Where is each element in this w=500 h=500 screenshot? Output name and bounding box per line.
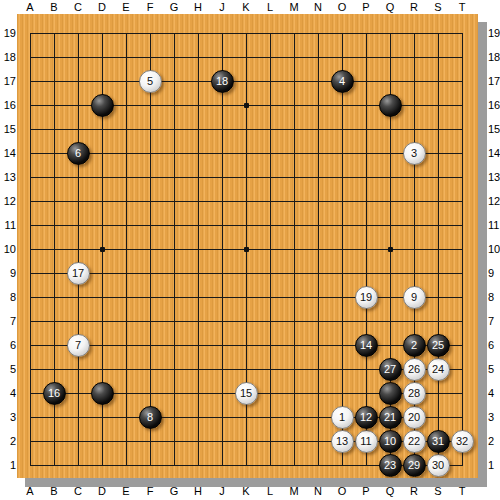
stone-white-k4: 15 [235,382,258,405]
stone-black-q1: 23 [379,454,402,477]
col-label-top-R: R [402,0,426,14]
col-label-top-P: P [354,0,378,14]
stone-black-f3: 8 [139,406,162,429]
row-label-right-14: 14 [488,146,500,160]
stone-white-s1: 30 [427,454,450,477]
row-label-right-10: 10 [488,242,500,256]
row-label-right-6: 6 [488,338,500,352]
row-label-right-9: 9 [488,266,500,280]
stone-black-b4: 16 [43,382,66,405]
row-label-left-9: 9 [0,266,16,280]
col-label-top-G: G [162,0,186,14]
col-label-top-K: K [234,0,258,14]
row-label-right-8: 8 [488,290,500,304]
stone-white-r14: 3 [403,142,426,165]
stone-white-c6: 7 [67,334,90,357]
stone-black-p6: 14 [355,334,378,357]
row-label-right-19: 19 [488,26,500,40]
col-label-top-A: A [18,0,42,14]
stone-black-s6: 25 [427,334,450,357]
stone-white-r5: 26 [403,358,426,381]
stone-white-c9: 17 [67,262,90,285]
go-diagram: ABCDEFGHJKLMNOPQRST ABCDEFGHJKLMNOPQRST … [0,0,500,500]
col-label-top-S: S [426,0,450,14]
row-label-right-11: 11 [488,218,500,232]
stone-white-r4: 28 [403,382,426,405]
stone-black-p3: 12 [355,406,378,429]
stone-white-o2: 13 [331,430,354,453]
col-label-top-H: H [186,0,210,14]
col-label-top-O: O [330,0,354,14]
col-label-top-C: C [66,0,90,14]
stone-white-t2: 32 [451,430,474,453]
row-label-left-18: 18 [0,50,16,64]
stone-black-q3: 21 [379,406,402,429]
row-label-left-7: 7 [0,314,16,328]
stone-white-r3: 20 [403,406,426,429]
stone-white-s5: 24 [427,358,450,381]
col-label-top-D: D [90,0,114,14]
row-label-left-15: 15 [0,122,16,136]
stone-black-j17: 18 [211,70,234,93]
col-label-top-J: J [210,0,234,14]
col-label-top-E: E [114,0,138,14]
row-label-left-10: 10 [0,242,16,256]
board-shadow-right [478,22,487,486]
stone-black-r1: 29 [403,454,426,477]
row-label-left-6: 6 [0,338,16,352]
stone-black-q4 [379,382,402,405]
row-label-left-12: 12 [0,194,16,208]
row-label-left-2: 2 [0,434,16,448]
row-label-left-5: 5 [0,362,16,376]
stone-black-s2: 31 [427,430,450,453]
stone-white-o3: 1 [331,406,354,429]
row-label-left-11: 11 [0,218,16,232]
row-label-right-15: 15 [488,122,500,136]
col-label-top-M: M [282,0,306,14]
row-label-left-3: 3 [0,410,16,424]
row-label-left-8: 8 [0,290,16,304]
stone-black-q16 [379,94,402,117]
row-label-right-4: 4 [488,386,500,400]
row-label-right-18: 18 [488,50,500,64]
col-label-top-N: N [306,0,330,14]
row-label-right-17: 17 [488,74,500,88]
stone-black-q5: 27 [379,358,402,381]
stone-black-o17: 4 [331,70,354,93]
stone-white-r8: 9 [403,286,426,309]
col-label-top-L: L [258,0,282,14]
stone-black-c14: 6 [67,142,90,165]
row-label-right-3: 3 [488,410,500,424]
row-label-right-1: 1 [488,458,500,472]
row-label-left-14: 14 [0,146,16,160]
stone-black-r6: 2 [403,334,426,357]
go-board: 1234567891011121314151617181920212223242… [17,14,478,478]
row-label-left-16: 16 [0,98,16,112]
row-label-right-7: 7 [488,314,500,328]
stone-black-d4 [91,382,114,405]
stone-black-d16 [91,94,114,117]
row-label-left-4: 4 [0,386,16,400]
row-label-right-5: 5 [488,362,500,376]
board-shadow-bottom [25,478,487,487]
row-label-right-2: 2 [488,434,500,448]
col-label-top-B: B [42,0,66,14]
row-label-right-13: 13 [488,170,500,184]
row-label-right-16: 16 [488,98,500,112]
row-label-left-17: 17 [0,74,16,88]
stone-white-p8: 19 [355,286,378,309]
stone-white-p2: 11 [355,430,378,453]
stone-black-q2: 10 [379,430,402,453]
row-label-left-13: 13 [0,170,16,184]
col-label-top-F: F [138,0,162,14]
board-grid[interactable]: 1234567891011121314151617181920212223242… [18,21,474,477]
row-label-right-12: 12 [488,194,500,208]
row-label-left-1: 1 [0,458,16,472]
col-label-top-T: T [450,0,474,14]
stone-white-f17: 5 [139,70,162,93]
stone-white-r2: 22 [403,430,426,453]
col-label-top-Q: Q [378,0,402,14]
row-label-left-19: 19 [0,26,16,40]
